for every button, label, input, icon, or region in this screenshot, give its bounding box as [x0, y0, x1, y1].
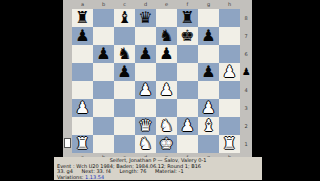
file-label: a [72, 1, 93, 7]
piece-black-pawn[interactable]: ♟ [198, 27, 219, 45]
square-f5[interactable] [177, 63, 198, 81]
square-g6[interactable] [198, 45, 219, 63]
piece-black-knight[interactable]: ♞ [114, 45, 135, 63]
square-d5[interactable] [135, 63, 156, 81]
piece-black-rook[interactable]: ♜ [177, 9, 198, 27]
chess-viewer: ♜♝♛♜♟♞♚♟♟♞♟♟♟♟♟♟♟♟♟♛♞♟♝♜♞♚♜ abcdefgh abc… [0, 0, 320, 180]
square-d7[interactable] [135, 27, 156, 45]
piece-white-rook[interactable]: ♜ [219, 135, 240, 153]
file-label: c [114, 1, 135, 7]
square-h4[interactable] [219, 81, 240, 99]
piece-black-pawn[interactable]: ♟ [93, 45, 114, 63]
square-b7[interactable] [93, 27, 114, 45]
variations-label: Variations: [57, 174, 83, 180]
piece-white-bishop[interactable]: ♝ [198, 117, 219, 135]
square-f4[interactable] [177, 81, 198, 99]
piece-black-pawn[interactable]: ♟ [114, 63, 135, 81]
piece-white-knight[interactable]: ♞ [135, 135, 156, 153]
square-b5[interactable] [93, 63, 114, 81]
piece-white-queen[interactable]: ♛ [135, 117, 156, 135]
square-h3[interactable] [219, 99, 240, 117]
file-label: d [135, 1, 156, 7]
square-b8[interactable] [93, 9, 114, 27]
square-h6[interactable] [219, 45, 240, 63]
game-length: Length: 76 [120, 168, 147, 174]
square-a5[interactable] [72, 63, 93, 81]
piece-black-pawn[interactable]: ♟ [156, 45, 177, 63]
piece-black-king[interactable]: ♚ [177, 27, 198, 45]
file-label: h [219, 1, 240, 7]
square-a2[interactable] [72, 117, 93, 135]
file-label: g [198, 1, 219, 7]
piece-black-pawn[interactable]: ♟ [135, 45, 156, 63]
piece-black-pawn[interactable]: ♟ [72, 27, 93, 45]
square-b4[interactable] [93, 81, 114, 99]
piece-black-pawn[interactable]: ♟ [198, 63, 219, 81]
square-c7[interactable] [114, 27, 135, 45]
square-b3[interactable] [93, 99, 114, 117]
material-indicator-pawn-icon: ♟ [242, 66, 251, 78]
square-h8[interactable] [219, 9, 240, 27]
square-e5[interactable] [156, 63, 177, 81]
square-b1[interactable] [93, 135, 114, 153]
piece-black-rook[interactable]: ♜ [72, 9, 93, 27]
chess-board-frame: ♜♝♛♜♟♞♚♟♟♞♟♟♟♟♟♟♟♟♟♛♞♟♝♜♞♚♜ abcdefgh abc… [63, 0, 252, 160]
file-label: b [93, 1, 114, 7]
square-h2[interactable] [219, 117, 240, 135]
piece-white-knight[interactable]: ♞ [156, 117, 177, 135]
square-g4[interactable] [198, 81, 219, 99]
rank-label: 6 [241, 51, 251, 57]
piece-white-pawn[interactable]: ♟ [177, 117, 198, 135]
piece-white-pawn[interactable]: ♟ [156, 81, 177, 99]
side-to-move-marker [64, 138, 71, 148]
rank-label: 4 [241, 87, 251, 93]
game-info-panel: Seifert, Jonathan P — Salov, Valery 0-1 … [54, 157, 262, 180]
piece-white-pawn[interactable]: ♟ [219, 63, 240, 81]
square-d3[interactable] [135, 99, 156, 117]
rank-label: 1 [241, 141, 251, 147]
piece-white-king[interactable]: ♚ [156, 135, 177, 153]
chess-board: ♜♝♛♜♟♞♚♟♟♞♟♟♟♟♟♟♟♟♟♛♞♟♝♜♞♚♜ [72, 9, 240, 153]
square-h7[interactable] [219, 27, 240, 45]
piece-white-pawn[interactable]: ♟ [135, 81, 156, 99]
square-g8[interactable] [198, 9, 219, 27]
file-label: f [177, 1, 198, 7]
square-b2[interactable] [93, 117, 114, 135]
rank-label: 2 [241, 123, 251, 129]
square-f1[interactable] [177, 135, 198, 153]
piece-white-pawn[interactable]: ♟ [72, 99, 93, 117]
piece-black-queen[interactable]: ♛ [135, 9, 156, 27]
rank-label: 3 [241, 105, 251, 111]
square-f6[interactable] [177, 45, 198, 63]
material-balance: Material: -1 [155, 168, 184, 174]
square-c4[interactable] [114, 81, 135, 99]
square-a4[interactable] [72, 81, 93, 99]
square-c3[interactable] [114, 99, 135, 117]
square-c1[interactable] [114, 135, 135, 153]
file-label: e [156, 1, 177, 7]
square-a6[interactable] [72, 45, 93, 63]
square-e8[interactable] [156, 9, 177, 27]
square-e3[interactable] [156, 99, 177, 117]
rank-label: 8 [241, 15, 251, 21]
piece-black-knight[interactable]: ♞ [156, 27, 177, 45]
square-g1[interactable] [198, 135, 219, 153]
piece-white-rook[interactable]: ♜ [72, 135, 93, 153]
piece-black-bishop[interactable]: ♝ [114, 9, 135, 27]
square-f3[interactable] [177, 99, 198, 117]
variations-value[interactable]: 1.13.54 [85, 174, 104, 180]
variations-line: Variations: 1.13.54 [54, 175, 262, 181]
rank-label: 7 [241, 33, 251, 39]
square-c2[interactable] [114, 117, 135, 135]
piece-white-pawn[interactable]: ♟ [198, 99, 219, 117]
